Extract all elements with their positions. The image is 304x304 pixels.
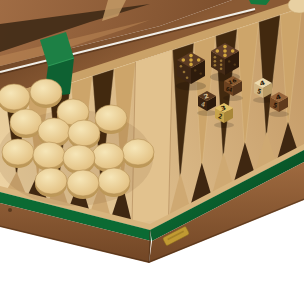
- wood-knot: [8, 208, 12, 212]
- checker[interactable]: [98, 168, 130, 197]
- checker[interactable]: [122, 139, 154, 168]
- checker[interactable]: [0, 84, 30, 113]
- checker[interactable]: [67, 170, 99, 199]
- checker[interactable]: [2, 139, 34, 168]
- checker[interactable]: [92, 143, 124, 172]
- checker[interactable]: [35, 168, 67, 197]
- checker[interactable]: [63, 145, 95, 174]
- backgammon-scene: 2 4 16 64 4 5 3 2: [0, 0, 304, 304]
- photo-canvas: 2 4 16 64 4 5 3 2: [0, 0, 304, 304]
- checker[interactable]: [30, 79, 62, 108]
- checker[interactable]: [10, 109, 42, 138]
- checker[interactable]: [68, 120, 100, 149]
- checker[interactable]: [33, 142, 65, 171]
